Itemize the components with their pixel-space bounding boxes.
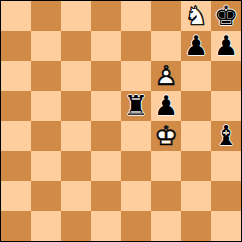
square-a5[interactable] <box>1 91 31 121</box>
square-a3[interactable] <box>1 151 31 181</box>
square-c2[interactable] <box>61 181 91 211</box>
square-h5[interactable] <box>211 91 241 121</box>
square-a7[interactable] <box>1 31 31 61</box>
square-g8[interactable]: ♞♘ <box>181 1 211 31</box>
square-d3[interactable] <box>91 151 121 181</box>
square-f1[interactable] <box>151 211 181 241</box>
square-g3[interactable] <box>181 151 211 181</box>
square-h6[interactable] <box>211 61 241 91</box>
black-pawn-icon: ♟ <box>214 31 238 61</box>
black-king-icon: ♚ <box>214 1 238 31</box>
square-c6[interactable] <box>61 61 91 91</box>
square-g5[interactable] <box>181 91 211 121</box>
piece-white-pawn-f6[interactable]: ♟♙ <box>151 61 181 91</box>
square-b8[interactable] <box>31 1 61 31</box>
square-g2[interactable] <box>181 181 211 211</box>
square-b2[interactable] <box>31 181 61 211</box>
square-f8[interactable] <box>151 1 181 31</box>
square-a4[interactable] <box>1 121 31 151</box>
square-c4[interactable] <box>61 121 91 151</box>
square-e8[interactable] <box>121 1 151 31</box>
square-d6[interactable] <box>91 61 121 91</box>
square-c3[interactable] <box>61 151 91 181</box>
square-h3[interactable] <box>211 151 241 181</box>
square-d4[interactable] <box>91 121 121 151</box>
square-h4[interactable]: ♝ <box>211 121 241 151</box>
square-d1[interactable] <box>91 211 121 241</box>
square-g1[interactable] <box>181 211 211 241</box>
white-knight-icon: ♘ <box>184 1 208 31</box>
piece-black-pawn-g7[interactable]: ♟ <box>181 31 211 61</box>
square-b7[interactable] <box>31 31 61 61</box>
black-pawn-icon: ♟ <box>184 31 208 61</box>
square-a8[interactable] <box>1 1 31 31</box>
black-pawn-icon: ♟ <box>154 91 178 121</box>
square-f6[interactable]: ♟♙ <box>151 61 181 91</box>
piece-black-rook-e5[interactable]: ♜ <box>121 91 151 121</box>
white-king-icon: ♔ <box>154 121 178 151</box>
square-c7[interactable] <box>61 31 91 61</box>
square-f2[interactable] <box>151 181 181 211</box>
square-b5[interactable] <box>31 91 61 121</box>
white-pawn-icon: ♙ <box>154 61 178 91</box>
square-b1[interactable] <box>31 211 61 241</box>
square-f5[interactable]: ♟ <box>151 91 181 121</box>
square-b3[interactable] <box>31 151 61 181</box>
square-e6[interactable] <box>121 61 151 91</box>
piece-black-bishop-h4[interactable]: ♝ <box>211 121 241 151</box>
square-g6[interactable] <box>181 61 211 91</box>
square-h1[interactable] <box>211 211 241 241</box>
square-e2[interactable] <box>121 181 151 211</box>
piece-white-knight-g8[interactable]: ♞♘ <box>181 1 211 31</box>
square-f4[interactable]: ♚♔ <box>151 121 181 151</box>
square-a6[interactable] <box>1 61 31 91</box>
square-f3[interactable] <box>151 151 181 181</box>
square-e4[interactable] <box>121 121 151 151</box>
piece-black-pawn-f5[interactable]: ♟ <box>151 91 181 121</box>
square-d2[interactable] <box>91 181 121 211</box>
square-g7[interactable]: ♟ <box>181 31 211 61</box>
square-h2[interactable] <box>211 181 241 211</box>
square-e1[interactable] <box>121 211 151 241</box>
square-c1[interactable] <box>61 211 91 241</box>
square-a1[interactable] <box>1 211 31 241</box>
square-d8[interactable] <box>91 1 121 31</box>
square-d5[interactable] <box>91 91 121 121</box>
square-e5[interactable]: ♜ <box>121 91 151 121</box>
square-b6[interactable] <box>31 61 61 91</box>
square-c5[interactable] <box>61 91 91 121</box>
square-g4[interactable] <box>181 121 211 151</box>
square-f7[interactable] <box>151 31 181 61</box>
piece-white-king-f4[interactable]: ♚♔ <box>151 121 181 151</box>
black-rook-icon: ♜ <box>124 91 148 121</box>
square-a2[interactable] <box>1 181 31 211</box>
piece-black-pawn-h7[interactable]: ♟ <box>211 31 241 61</box>
square-e3[interactable] <box>121 151 151 181</box>
black-bishop-icon: ♝ <box>214 121 238 151</box>
square-h8[interactable]: ♚ <box>211 1 241 31</box>
square-b4[interactable] <box>31 121 61 151</box>
square-h7[interactable]: ♟ <box>211 31 241 61</box>
chess-board: ♞♘♚♟♟♟♙♜♟♚♔♝ <box>0 0 242 242</box>
square-c8[interactable] <box>61 1 91 31</box>
square-e7[interactable] <box>121 31 151 61</box>
square-d7[interactable] <box>91 31 121 61</box>
piece-black-king-h8[interactable]: ♚ <box>211 1 241 31</box>
